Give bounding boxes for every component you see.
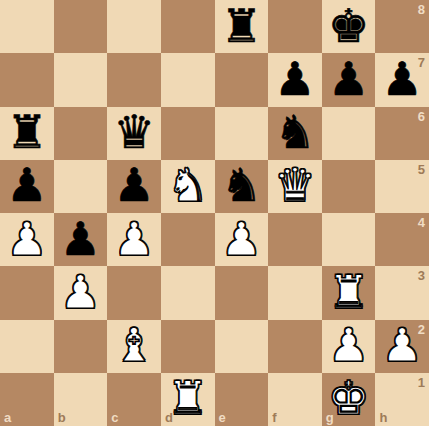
square-h1[interactable]: 1h xyxy=(375,373,429,426)
square-h3[interactable]: 3 xyxy=(375,266,429,319)
square-a5[interactable]: ♟ xyxy=(0,160,54,213)
piece-white-rook-g3[interactable]: ♜ xyxy=(328,269,369,315)
square-a7[interactable] xyxy=(0,53,54,106)
square-h4[interactable]: 4 xyxy=(375,213,429,266)
square-b3[interactable]: ♟ xyxy=(54,266,108,319)
piece-black-rook-a6[interactable]: ♜ xyxy=(6,109,47,155)
square-c8[interactable] xyxy=(107,0,161,53)
square-d7[interactable] xyxy=(161,53,215,106)
coord-rank-3: 3 xyxy=(418,269,425,282)
square-c4[interactable]: ♟ xyxy=(107,213,161,266)
square-f1[interactable]: f xyxy=(268,373,322,426)
square-a6[interactable]: ♜ xyxy=(0,107,54,160)
square-g2[interactable]: ♟ xyxy=(322,320,376,373)
coord-file-c: c xyxy=(111,411,118,424)
square-f7[interactable]: ♟ xyxy=(268,53,322,106)
square-g6[interactable] xyxy=(322,107,376,160)
piece-white-pawn-b3[interactable]: ♟ xyxy=(60,269,101,315)
square-g4[interactable] xyxy=(322,213,376,266)
square-b1[interactable]: b xyxy=(54,373,108,426)
coord-rank-4: 4 xyxy=(418,216,425,229)
square-g7[interactable]: ♟ xyxy=(322,53,376,106)
piece-black-rook-e8[interactable]: ♜ xyxy=(221,3,262,49)
square-f2[interactable] xyxy=(268,320,322,373)
piece-white-bishop-c2[interactable]: ♝ xyxy=(113,322,154,368)
square-e5[interactable]: ♞ xyxy=(215,160,269,213)
square-c2[interactable]: ♝ xyxy=(107,320,161,373)
square-a3[interactable] xyxy=(0,266,54,319)
piece-black-pawn-h7[interactable]: ♟ xyxy=(382,56,423,102)
chess-board: ♜♚8♟♟♟7♜♛♞6♟♟♞♞♛5♟♟♟♟4♟♜3♝♟♟2abc♜def♚g1h xyxy=(0,0,429,426)
piece-white-king-g1[interactable]: ♚ xyxy=(328,375,369,421)
piece-black-king-g8[interactable]: ♚ xyxy=(328,3,369,49)
square-e2[interactable] xyxy=(215,320,269,373)
square-g3[interactable]: ♜ xyxy=(322,266,376,319)
piece-black-pawn-b4[interactable]: ♟ xyxy=(60,216,101,262)
square-b5[interactable] xyxy=(54,160,108,213)
square-g5[interactable] xyxy=(322,160,376,213)
piece-white-pawn-a4[interactable]: ♟ xyxy=(6,216,47,262)
piece-white-queen-f5[interactable]: ♛ xyxy=(274,162,315,208)
square-f8[interactable] xyxy=(268,0,322,53)
square-e3[interactable] xyxy=(215,266,269,319)
coord-file-b: b xyxy=(58,411,66,424)
square-e6[interactable] xyxy=(215,107,269,160)
square-e8[interactable]: ♜ xyxy=(215,0,269,53)
square-f5[interactable]: ♛ xyxy=(268,160,322,213)
piece-white-pawn-e4[interactable]: ♟ xyxy=(221,216,262,262)
square-d5[interactable]: ♞ xyxy=(161,160,215,213)
square-b2[interactable] xyxy=(54,320,108,373)
piece-white-pawn-c4[interactable]: ♟ xyxy=(113,216,154,262)
square-e4[interactable]: ♟ xyxy=(215,213,269,266)
piece-white-rook-d1[interactable]: ♜ xyxy=(167,375,208,421)
square-d4[interactable] xyxy=(161,213,215,266)
square-c1[interactable]: c xyxy=(107,373,161,426)
square-b4[interactable]: ♟ xyxy=(54,213,108,266)
square-a8[interactable] xyxy=(0,0,54,53)
square-a1[interactable]: a xyxy=(0,373,54,426)
square-h6[interactable]: 6 xyxy=(375,107,429,160)
piece-black-knight-f6[interactable]: ♞ xyxy=(274,109,315,155)
square-c5[interactable]: ♟ xyxy=(107,160,161,213)
chess-board-container: ♜♚8♟♟♟7♜♛♞6♟♟♞♞♛5♟♟♟♟4♟♜3♝♟♟2abc♜def♚g1h xyxy=(0,0,429,426)
square-a4[interactable]: ♟ xyxy=(0,213,54,266)
square-f4[interactable] xyxy=(268,213,322,266)
square-b7[interactable] xyxy=(54,53,108,106)
piece-black-pawn-c5[interactable]: ♟ xyxy=(113,162,154,208)
square-h5[interactable]: 5 xyxy=(375,160,429,213)
square-h8[interactable]: 8 xyxy=(375,0,429,53)
piece-black-pawn-a5[interactable]: ♟ xyxy=(6,162,47,208)
square-f6[interactable]: ♞ xyxy=(268,107,322,160)
piece-black-knight-e5[interactable]: ♞ xyxy=(221,162,262,208)
coord-rank-6: 6 xyxy=(418,110,425,123)
coord-rank-1: 1 xyxy=(418,376,425,389)
coord-rank-8: 8 xyxy=(418,3,425,16)
square-c7[interactable] xyxy=(107,53,161,106)
piece-black-pawn-f7[interactable]: ♟ xyxy=(274,56,315,102)
square-h7[interactable]: ♟7 xyxy=(375,53,429,106)
square-h2[interactable]: ♟2 xyxy=(375,320,429,373)
square-b6[interactable] xyxy=(54,107,108,160)
piece-black-queen-c6[interactable]: ♛ xyxy=(113,109,154,155)
square-d3[interactable] xyxy=(161,266,215,319)
piece-white-pawn-g2[interactable]: ♟ xyxy=(328,322,369,368)
coord-file-h: h xyxy=(379,411,387,424)
square-d8[interactable] xyxy=(161,0,215,53)
piece-white-pawn-h2[interactable]: ♟ xyxy=(382,322,423,368)
square-b8[interactable] xyxy=(54,0,108,53)
square-c3[interactable] xyxy=(107,266,161,319)
coord-file-a: a xyxy=(4,411,11,424)
square-d2[interactable] xyxy=(161,320,215,373)
square-d1[interactable]: ♜d xyxy=(161,373,215,426)
square-e7[interactable] xyxy=(215,53,269,106)
coord-file-f: f xyxy=(272,411,276,424)
piece-black-pawn-g7[interactable]: ♟ xyxy=(328,56,369,102)
square-f3[interactable] xyxy=(268,266,322,319)
square-c6[interactable]: ♛ xyxy=(107,107,161,160)
square-a2[interactable] xyxy=(0,320,54,373)
square-g1[interactable]: ♚g xyxy=(322,373,376,426)
square-d6[interactable] xyxy=(161,107,215,160)
piece-white-knight-d5[interactable]: ♞ xyxy=(167,162,208,208)
coord-rank-5: 5 xyxy=(418,163,425,176)
square-g8[interactable]: ♚ xyxy=(322,0,376,53)
square-e1[interactable]: e xyxy=(215,373,269,426)
coord-file-e: e xyxy=(219,411,226,424)
